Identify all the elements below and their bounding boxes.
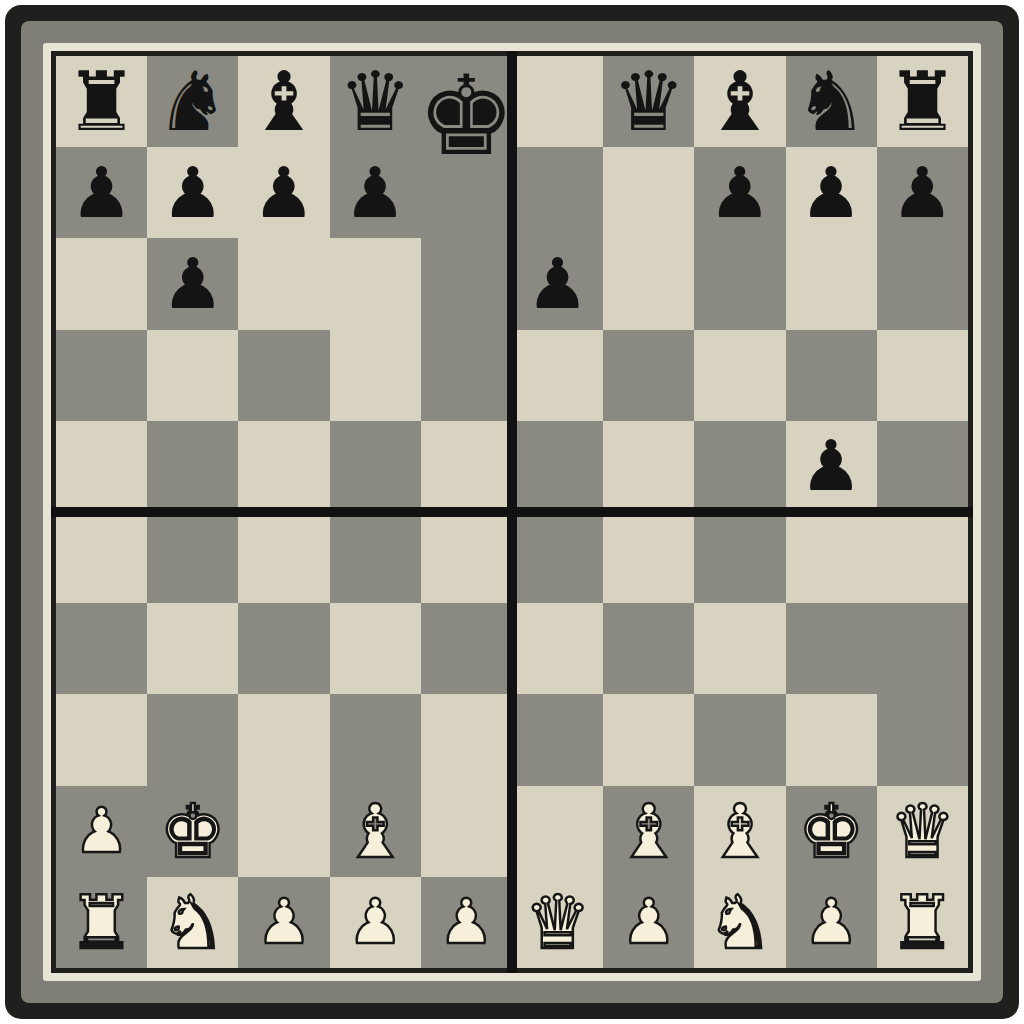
board-cell[interactable] — [877, 694, 968, 785]
board-cell[interactable]: ♟ — [421, 877, 512, 968]
board-cell[interactable] — [694, 603, 785, 694]
board-cell[interactable] — [603, 603, 694, 694]
white-pawn[interactable]: ♟ — [56, 786, 147, 877]
board-cell[interactable]: ♟ — [56, 147, 147, 238]
black-knight[interactable]: ♞ — [147, 56, 238, 147]
board-cell[interactable]: ♟ — [330, 147, 421, 238]
board-cell[interactable] — [877, 512, 968, 603]
board-cell[interactable] — [786, 694, 877, 785]
board-cell[interactable] — [147, 421, 238, 512]
black-pawn[interactable]: ♟ — [786, 147, 877, 238]
board-cell[interactable]: ♚ — [786, 786, 877, 877]
white-queen[interactable]: ♛ — [877, 786, 968, 877]
white-queen[interactable]: ♛ — [512, 877, 603, 968]
board-cell[interactable] — [877, 603, 968, 694]
board-cell[interactable]: ♝ — [330, 786, 421, 877]
board-cell[interactable]: ♟ — [238, 877, 329, 968]
board-cell[interactable]: ♛ — [330, 56, 421, 147]
board-frame-outer: ♜♞♝♛♚♛♝♞♜♟♟♟♟♟♟♟♟♟♟♟♚♝♝♝♚♛♜♞♟♟♟♛♟♞♟♜ — [5, 5, 1019, 1019]
board-cell[interactable]: ♛ — [603, 56, 694, 147]
board-cell[interactable] — [238, 512, 329, 603]
board-cell[interactable] — [147, 603, 238, 694]
board-cell[interactable]: ♟ — [694, 147, 785, 238]
board-cell[interactable]: ♚ — [421, 56, 512, 147]
board-cell[interactable] — [238, 330, 329, 421]
board-cell[interactable] — [603, 421, 694, 512]
chess-illustration: ♜♞♝♛♚♛♝♞♜♟♟♟♟♟♟♟♟♟♟♟♚♝♝♝♚♛♜♞♟♟♟♛♟♞♟♜ — [0, 0, 1024, 1024]
board-cell[interactable]: ♝ — [238, 56, 329, 147]
black-pawn[interactable]: ♟ — [330, 147, 421, 238]
board-cell[interactable] — [421, 238, 512, 329]
board-cell[interactable] — [786, 512, 877, 603]
white-pawn[interactable]: ♟ — [330, 877, 421, 968]
black-knight[interactable]: ♞ — [786, 56, 877, 147]
board-cell[interactable] — [694, 694, 785, 785]
board-cell[interactable]: ♟ — [147, 238, 238, 329]
board-cell[interactable] — [603, 512, 694, 603]
board-cell[interactable] — [147, 694, 238, 785]
board-cell[interactable] — [512, 56, 603, 147]
board-cell[interactable] — [512, 421, 603, 512]
board-cell[interactable] — [603, 330, 694, 421]
board-cell[interactable] — [238, 786, 329, 877]
board-cell[interactable]: ♞ — [147, 877, 238, 968]
board-cell[interactable]: ♞ — [694, 877, 785, 968]
black-pawn[interactable]: ♟ — [512, 238, 603, 329]
board-cell[interactable] — [56, 603, 147, 694]
black-pawn[interactable]: ♟ — [877, 147, 968, 238]
white-knight[interactable]: ♞ — [147, 877, 238, 968]
white-rook[interactable]: ♜ — [877, 877, 968, 968]
board-cell[interactable]: ♜ — [56, 56, 147, 147]
black-queen[interactable]: ♛ — [603, 56, 694, 147]
board-cell[interactable] — [238, 694, 329, 785]
board-cell[interactable]: ♟ — [786, 421, 877, 512]
board-cell[interactable] — [694, 421, 785, 512]
black-pawn[interactable]: ♟ — [147, 238, 238, 329]
quadrant-divider-horizontal — [51, 507, 973, 517]
board-cell[interactable] — [603, 694, 694, 785]
board-cell[interactable] — [238, 238, 329, 329]
board-cell[interactable]: ♝ — [603, 786, 694, 877]
board-cell[interactable]: ♟ — [56, 786, 147, 877]
board-cell[interactable]: ♟ — [238, 147, 329, 238]
board-cell[interactable] — [330, 238, 421, 329]
white-pawn[interactable]: ♟ — [421, 877, 512, 968]
board-cell[interactable] — [512, 786, 603, 877]
board-cell[interactable] — [786, 330, 877, 421]
board-cell[interactable] — [421, 603, 512, 694]
white-bishop[interactable]: ♝ — [603, 786, 694, 877]
board-cell[interactable]: ♞ — [147, 56, 238, 147]
board-cell[interactable] — [56, 512, 147, 603]
black-bishop[interactable]: ♝ — [238, 56, 329, 147]
board-cell[interactable]: ♜ — [877, 877, 968, 968]
board-cell[interactable]: ♟ — [786, 877, 877, 968]
black-pawn[interactable]: ♟ — [694, 147, 785, 238]
black-rook[interactable]: ♜ — [877, 56, 968, 147]
white-king[interactable]: ♚ — [786, 786, 877, 877]
board-cell[interactable] — [603, 238, 694, 329]
board-cell[interactable] — [421, 786, 512, 877]
board-cell[interactable]: ♛ — [877, 786, 968, 877]
board-cell[interactable]: ♜ — [56, 877, 147, 968]
white-bishop[interactable]: ♝ — [330, 786, 421, 877]
board-cell[interactable] — [330, 603, 421, 694]
black-queen[interactable]: ♛ — [330, 56, 421, 147]
black-pawn[interactable]: ♟ — [147, 147, 238, 238]
board-cell[interactable] — [421, 330, 512, 421]
board-cell[interactable] — [238, 603, 329, 694]
board-cell[interactable]: ♝ — [694, 56, 785, 147]
white-pawn[interactable]: ♟ — [603, 877, 694, 968]
white-knight[interactable]: ♞ — [694, 877, 785, 968]
black-pawn[interactable]: ♟ — [238, 147, 329, 238]
board-cell[interactable] — [330, 421, 421, 512]
board-cell[interactable] — [603, 147, 694, 238]
board-cell[interactable]: ♞ — [786, 56, 877, 147]
board-cell[interactable] — [56, 421, 147, 512]
board-cell[interactable] — [877, 421, 968, 512]
black-bishop[interactable]: ♝ — [694, 56, 785, 147]
black-pawn[interactable]: ♟ — [56, 147, 147, 238]
board-cell[interactable]: ♟ — [877, 147, 968, 238]
board-cell[interactable]: ♟ — [147, 147, 238, 238]
white-king[interactable]: ♚ — [147, 786, 238, 877]
board-cell[interactable] — [786, 603, 877, 694]
black-king[interactable]: ♚ — [421, 70, 512, 161]
board-cell[interactable]: ♟ — [512, 238, 603, 329]
board-cell[interactable] — [512, 330, 603, 421]
board-cell[interactable] — [56, 694, 147, 785]
board-cell[interactable] — [330, 512, 421, 603]
board-cell[interactable] — [147, 512, 238, 603]
board-cell[interactable] — [694, 512, 785, 603]
board-cell[interactable]: ♛ — [512, 877, 603, 968]
board-cell[interactable] — [56, 238, 147, 329]
black-pawn[interactable]: ♟ — [786, 421, 877, 512]
board-cell[interactable]: ♜ — [877, 56, 968, 147]
board-cell[interactable] — [512, 603, 603, 694]
board-cell[interactable] — [512, 694, 603, 785]
board-cell[interactable]: ♟ — [330, 877, 421, 968]
white-rook[interactable]: ♜ — [56, 877, 147, 968]
board-cell[interactable] — [330, 330, 421, 421]
chessboard: ♜♞♝♛♚♛♝♞♜♟♟♟♟♟♟♟♟♟♟♟♚♝♝♝♚♛♜♞♟♟♟♛♟♞♟♜ — [56, 56, 968, 968]
board-cell[interactable] — [786, 238, 877, 329]
board-cell[interactable] — [421, 512, 512, 603]
white-pawn[interactable]: ♟ — [786, 877, 877, 968]
black-rook[interactable]: ♜ — [56, 56, 147, 147]
board-cell[interactable] — [877, 238, 968, 329]
board-cell[interactable] — [694, 238, 785, 329]
board-cell[interactable] — [421, 694, 512, 785]
board-cell[interactable]: ♟ — [603, 877, 694, 968]
board-cell[interactable] — [56, 330, 147, 421]
board-cell[interactable] — [238, 421, 329, 512]
board-cell[interactable] — [512, 147, 603, 238]
board-cell[interactable]: ♚ — [147, 786, 238, 877]
board-cell[interactable] — [147, 330, 238, 421]
board-cell[interactable] — [512, 512, 603, 603]
board-cell[interactable] — [694, 330, 785, 421]
white-bishop[interactable]: ♝ — [694, 786, 785, 877]
board-cell[interactable] — [877, 330, 968, 421]
white-pawn[interactable]: ♟ — [238, 877, 329, 968]
board-cell[interactable] — [330, 694, 421, 785]
board-cell[interactable] — [421, 421, 512, 512]
board-cell[interactable]: ♟ — [786, 147, 877, 238]
board-cell[interactable]: ♝ — [694, 786, 785, 877]
